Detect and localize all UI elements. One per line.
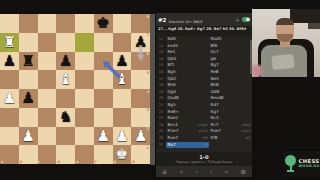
square-c5[interactable]	[38, 70, 57, 89]
move-number: 14	[156, 56, 166, 63]
move-row: 27Ra7#2	[156, 142, 252, 149]
square-d2[interactable]	[56, 127, 75, 146]
white-move-26[interactable]: Rxe7#3	[166, 135, 209, 142]
move-row: 16Bg5Re8	[156, 69, 252, 76]
file-label: b	[20, 160, 23, 164]
file-label: g	[114, 160, 117, 164]
square-e1[interactable]: e	[75, 145, 94, 164]
file-label: d	[57, 160, 60, 164]
black-move-17[interactable]: Ne5	[209, 76, 252, 83]
square-e7[interactable]	[75, 33, 94, 52]
chess-board[interactable]: ♚8♜♟7♟♜♟♟6♝♝5♟♟4♞3♟♟♟♟2abcdef♚g1h	[0, 14, 150, 164]
move-number: 24	[156, 122, 166, 129]
move-number: 21	[156, 102, 166, 109]
move-number: 22	[156, 109, 166, 116]
background-shelf	[290, 9, 320, 23]
move-row: 20Qxd8Rexd8	[156, 95, 252, 102]
black-pawn-g6: ♟	[113, 52, 132, 71]
square-e6[interactable]	[75, 52, 94, 71]
square-g8[interactable]	[113, 14, 132, 33]
analysis-panel: #2 Stockfish 14+ NNUE Глубина 22/22 Clou…	[156, 13, 252, 177]
white-move-15[interactable]: Bf1	[166, 62, 209, 69]
rank-label: 2	[146, 127, 149, 131]
square-f2[interactable]: ♟	[94, 127, 113, 146]
black-pawn-a6: ♟	[0, 52, 19, 71]
move-row: 19Qg5Qd8	[156, 89, 252, 96]
black-move-15[interactable]: Bg7	[209, 62, 252, 69]
file-label: e	[76, 160, 78, 164]
move-eval: +10.2	[241, 122, 251, 129]
square-d8[interactable]	[56, 14, 75, 33]
move-number: 13	[156, 49, 166, 56]
move-number: 17	[156, 76, 166, 83]
white-rook-a7: ♜	[0, 33, 19, 52]
white-king-g1: ♚	[113, 145, 132, 164]
square-g2[interactable]: ♟	[113, 127, 132, 146]
move-number: 12	[156, 43, 166, 50]
black-move-12[interactable]: Bf6	[209, 43, 252, 50]
black-move-18[interactable]: Bh8	[209, 82, 252, 89]
square-h5[interactable]: 5	[131, 70, 150, 89]
game-result: 1-0 Чёрные сдались • Победа белых	[156, 152, 252, 166]
logo-subtitle: WOOD.RU	[299, 165, 320, 169]
move-eval: #3	[203, 135, 208, 142]
white-move-22[interactable]: Re8+	[166, 109, 209, 116]
add-line-button[interactable]: +	[235, 16, 240, 23]
square-c2[interactable]	[38, 127, 57, 146]
move-number: 18	[156, 82, 166, 89]
square-c4[interactable]	[38, 89, 57, 108]
white-pawn-b2: ♟	[19, 127, 38, 146]
white-pawn-g2: ♟	[113, 127, 132, 146]
black-knight-d3: ♞	[56, 108, 75, 127]
square-h3[interactable]: 3	[131, 108, 150, 127]
white-move-27[interactable]: Ra7#2	[166, 142, 209, 149]
move-eval: +10.2	[198, 122, 208, 129]
stream-frame: ♚8♜♟7♟♜♟♟6♝♝5♟♟4♞3♟♟♟♟2abcdef♚g1h #2 Sto…	[0, 0, 320, 180]
black-move-11[interactable]: Nxd5	[209, 36, 252, 43]
square-d1[interactable]: d	[56, 145, 75, 164]
square-a1[interactable]: a	[0, 145, 19, 164]
square-d7[interactable]	[56, 33, 75, 52]
square-e4[interactable]	[75, 89, 94, 108]
move-number: 16	[156, 69, 166, 76]
square-a7[interactable]: ♜	[0, 33, 19, 52]
square-f5[interactable]	[94, 70, 113, 89]
white-move-16[interactable]: Bg5	[166, 69, 209, 76]
square-h2[interactable]: ♟2	[131, 127, 150, 146]
move-row: 17Qd2Ne5	[156, 76, 252, 83]
white-bishop-g5: ♝	[113, 70, 132, 89]
square-a8[interactable]	[0, 14, 19, 33]
square-g4[interactable]	[113, 89, 132, 108]
white-move-25[interactable]: R1e7+11.5	[166, 128, 209, 135]
square-a2[interactable]	[0, 127, 19, 146]
white-move-13[interactable]: Re1	[166, 49, 209, 56]
square-b6[interactable]: ♜	[19, 52, 38, 71]
move-eval: #2	[203, 142, 208, 149]
square-a6[interactable]: ♟	[0, 52, 19, 71]
square-f6[interactable]	[94, 52, 113, 71]
square-e2[interactable]	[75, 127, 94, 146]
move-number: 27	[156, 142, 166, 149]
square-c3[interactable]	[38, 108, 57, 127]
black-move-14[interactable]: g6	[209, 56, 252, 63]
move-row: 11Nd5Nxd5	[156, 36, 252, 43]
move-row: 13Re1Qc7	[156, 49, 252, 56]
menu-icon[interactable]: ≡	[162, 166, 167, 177]
white-pawn-f2: ♟	[94, 127, 113, 146]
square-c8[interactable]	[38, 14, 57, 33]
replay-controls: ≡«‹›»⚙	[156, 166, 252, 177]
black-move-19[interactable]: Qd8	[209, 89, 252, 96]
square-g3[interactable]	[113, 108, 132, 127]
square-b5[interactable]	[19, 70, 38, 89]
first-move-icon[interactable]: «	[179, 166, 183, 177]
move-number: 15	[156, 62, 166, 69]
white-move-20[interactable]: Qxd8	[166, 95, 209, 102]
square-f1[interactable]: f	[94, 145, 113, 164]
move-number: 19	[156, 89, 166, 96]
move-number: 25	[156, 128, 166, 135]
move-list: 11Nd5Nxd512exd5Bf613Re1Qc714Qd4g615Bf1Bg…	[156, 36, 252, 152]
black-move-23[interactable]: Nc4	[209, 115, 252, 122]
file-label: a	[1, 160, 3, 164]
square-a4[interactable]: ♟	[0, 89, 19, 108]
move-row: 15Bf1Bg7	[156, 62, 252, 69]
file-label: c	[39, 160, 41, 164]
white-move-17[interactable]: Qd2	[166, 76, 209, 83]
move-number: 20	[156, 95, 166, 102]
square-h1[interactable]: 1h	[131, 145, 150, 164]
square-h6[interactable]: 6	[131, 52, 150, 71]
move-row: 24Bxc4+10.2Rc7+10.2	[156, 122, 252, 129]
board-edge-strip	[150, 14, 155, 165]
square-f4[interactable]	[94, 89, 113, 108]
black-move-25[interactable]: Rxe7+11.5	[209, 128, 252, 135]
file-label: h	[132, 160, 135, 164]
rank-label: 5	[146, 71, 149, 75]
square-c1[interactable]: c	[38, 145, 57, 164]
square-f8[interactable]: ♚	[94, 14, 113, 33]
result-note: Чёрные сдались • Победа белых	[156, 160, 252, 164]
white-pawn-h2: ♟	[131, 127, 150, 146]
white-pawn-a4: ♟	[0, 89, 19, 108]
engine-header: #2 Stockfish 14+ NNUE Глубина 22/22 Clou…	[156, 13, 252, 26]
black-move-13[interactable]: Qc7	[209, 49, 252, 56]
black-king-f8: ♚	[94, 14, 113, 33]
engine-eval: #2	[158, 17, 166, 23]
next-move-icon[interactable]: ›	[210, 166, 212, 177]
black-move-20[interactable]: Rexd8	[209, 95, 252, 102]
rank-label: 6	[146, 52, 149, 56]
black-move-27[interactable]	[209, 142, 252, 149]
move-eval: +11.5	[198, 128, 208, 135]
last-move-icon[interactable]: »	[225, 166, 229, 177]
square-b3[interactable]	[19, 108, 38, 127]
square-g1[interactable]: ♚g	[113, 145, 132, 164]
white-move-12[interactable]: exd5	[166, 43, 209, 50]
move-row: 23Rae1Nc4	[156, 115, 252, 122]
channel-logo: CHESS WOOD.RU	[283, 151, 320, 177]
square-g6[interactable]: ♟	[113, 52, 132, 71]
square-e5[interactable]	[75, 70, 94, 89]
black-move-16[interactable]: Re8	[209, 69, 252, 76]
tshirt-print	[271, 54, 294, 70]
black-move-24[interactable]: Rc7+10.2	[209, 122, 252, 129]
black-move-26[interactable]: Kf8#3	[209, 135, 252, 142]
square-c6[interactable]	[38, 52, 57, 71]
principal-variation[interactable]: 27... Kg8 28. Ra8+ Kg7 29. Be7 h5 30. Bf…	[156, 26, 252, 36]
rank-label: 1	[146, 146, 149, 150]
square-g5[interactable]: ♝	[113, 70, 132, 89]
white-bishop-d5: ♝	[56, 70, 75, 89]
result-score: 1-0	[156, 154, 252, 160]
white-move-23[interactable]: Rae1	[166, 115, 209, 122]
square-d6[interactable]: ♟	[56, 52, 75, 71]
settings-gear-icon[interactable]: ⚙	[240, 166, 245, 177]
engine-name: Stockfish 14+ NNUE	[168, 20, 202, 24]
black-rook-b6: ♜	[19, 52, 38, 71]
square-a3[interactable]	[0, 108, 19, 127]
square-h8[interactable]: 8	[131, 14, 150, 33]
white-move-18[interactable]: Bh6	[166, 82, 209, 89]
file-label: f	[95, 160, 97, 164]
prev-move-icon[interactable]: ‹	[195, 166, 197, 177]
move-row: 25R1e7+11.5Rxe7+11.5	[156, 128, 252, 135]
rank-label: 7	[146, 33, 149, 37]
move-number: 11	[156, 36, 166, 43]
square-b1[interactable]: b	[19, 145, 38, 164]
square-b4[interactable]: ♟	[19, 89, 38, 108]
square-h7[interactable]: ♟7	[131, 33, 150, 52]
square-f3[interactable]	[94, 108, 113, 127]
white-move-21[interactable]: Bg5	[166, 102, 209, 109]
move-eval: #3	[246, 135, 251, 142]
black-move-22[interactable]: Kg7	[209, 109, 252, 116]
webcam-view	[252, 9, 320, 77]
black-pawn-h7: ♟	[131, 33, 150, 52]
move-eval: +11.5	[241, 128, 251, 135]
tree-logo-icon	[284, 155, 297, 173]
square-d4[interactable]	[56, 89, 75, 108]
engine-toggle[interactable]	[242, 17, 250, 22]
square-e3[interactable]	[75, 108, 94, 127]
square-h4[interactable]: 4	[131, 89, 150, 108]
move-row: 21Bg5Rd7	[156, 102, 252, 109]
black-pawn-b4: ♟	[19, 89, 38, 108]
square-c7[interactable]	[38, 33, 57, 52]
square-a5[interactable]	[0, 70, 19, 89]
square-d5[interactable]: ♝	[56, 70, 75, 89]
black-pawn-d6: ♟	[56, 52, 75, 71]
move-number: 23	[156, 115, 166, 122]
white-move-14[interactable]: Qd4	[166, 56, 209, 63]
square-f7[interactable]	[94, 33, 113, 52]
move-row: 12exd5Bf6	[156, 43, 252, 50]
square-b8[interactable]	[19, 14, 38, 33]
move-row: 18Bh6Bh8	[156, 82, 252, 89]
square-b2[interactable]: ♟	[19, 127, 38, 146]
rank-label: 4	[146, 90, 149, 94]
rank-label: 3	[146, 108, 149, 112]
square-d3[interactable]: ♞	[56, 108, 75, 127]
move-row: 26Rxe7#3Kf8#3	[156, 135, 252, 142]
square-e8[interactable]	[75, 14, 94, 33]
square-b7[interactable]	[19, 33, 38, 52]
white-move-19[interactable]: Qg5	[166, 89, 209, 96]
white-move-11[interactable]: Nd5	[166, 36, 209, 43]
rank-label: 8	[146, 15, 149, 19]
move-row: 22Re8+Kg7	[156, 109, 252, 116]
white-move-24[interactable]: Bxc4+10.2	[166, 122, 209, 129]
black-move-21[interactable]: Rd7	[209, 102, 252, 109]
move-number: 26	[156, 135, 166, 142]
square-g7[interactable]	[113, 33, 132, 52]
move-row: 14Qd4g6	[156, 56, 252, 63]
